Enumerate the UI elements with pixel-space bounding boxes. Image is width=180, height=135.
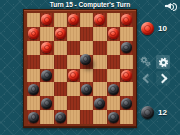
square-3-0[interactable] [27, 55, 40, 69]
settings-button[interactable] [156, 55, 170, 69]
square-7-2[interactable] [54, 110, 67, 124]
square-4-1[interactable] [40, 69, 53, 83]
square-1-0[interactable] [27, 27, 40, 41]
red-count-label: 10 [158, 24, 167, 33]
square-0-6[interactable] [107, 13, 120, 27]
small-gears-icon [140, 56, 152, 68]
square-6-3[interactable] [67, 96, 80, 110]
red-piece[interactable] [108, 28, 119, 39]
control-panel [139, 55, 170, 85]
red-count-piece-icon [141, 22, 154, 35]
black-piece[interactable] [80, 54, 91, 65]
square-2-3[interactable] [67, 41, 80, 55]
square-1-5[interactable] [93, 27, 106, 41]
square-3-6[interactable] [107, 55, 120, 69]
black-piece[interactable] [94, 98, 105, 109]
square-7-5[interactable] [93, 110, 106, 124]
square-6-6[interactable] [107, 96, 120, 110]
speaker-icon[interactable] [165, 2, 177, 10]
square-3-5[interactable] [93, 55, 106, 69]
previous-button[interactable] [139, 71, 153, 85]
square-7-4[interactable] [80, 110, 93, 124]
square-5-5[interactable] [93, 82, 106, 96]
square-2-2[interactable] [54, 41, 67, 55]
square-2-7[interactable] [120, 41, 133, 55]
black-piece[interactable] [121, 98, 132, 109]
square-7-1[interactable] [40, 110, 53, 124]
black-piece[interactable] [108, 112, 119, 123]
black-piece[interactable] [121, 42, 132, 53]
square-5-1[interactable] [40, 82, 53, 96]
black-piece[interactable] [28, 84, 39, 95]
square-5-6[interactable] [107, 82, 120, 96]
chevron-left-icon [142, 73, 152, 83]
black-piece[interactable] [108, 84, 119, 95]
square-0-3[interactable] [67, 13, 80, 27]
square-6-5[interactable] [93, 96, 106, 110]
square-7-0[interactable] [27, 110, 40, 124]
black-piece[interactable] [41, 70, 52, 81]
red-piece[interactable] [94, 14, 105, 25]
square-3-3[interactable] [67, 55, 80, 69]
square-4-3[interactable] [67, 69, 80, 83]
square-7-3[interactable] [67, 110, 80, 124]
speaker-wave [173, 3, 177, 11]
square-2-4[interactable] [80, 41, 93, 55]
options-button[interactable] [139, 55, 153, 69]
square-6-2[interactable] [54, 96, 67, 110]
gear-icon [158, 57, 169, 68]
square-4-7[interactable] [120, 69, 133, 83]
black-count-piece-icon [141, 106, 154, 119]
square-5-3[interactable] [67, 82, 80, 96]
red-piece[interactable] [41, 14, 52, 25]
square-3-4[interactable] [80, 55, 93, 69]
black-piece[interactable] [81, 84, 92, 95]
board-frame [23, 9, 137, 128]
square-0-4[interactable] [80, 13, 93, 27]
square-3-1[interactable] [40, 55, 53, 69]
black-piece[interactable] [41, 98, 52, 109]
square-1-7[interactable] [120, 27, 133, 41]
red-piece[interactable] [28, 28, 39, 39]
square-6-0[interactable] [27, 96, 40, 110]
square-0-5[interactable] [93, 13, 106, 27]
square-2-5[interactable] [93, 41, 106, 55]
black-piece[interactable] [55, 112, 66, 123]
square-0-2[interactable] [54, 13, 67, 27]
square-2-0[interactable] [27, 41, 40, 55]
black-count-label: 12 [158, 108, 167, 117]
square-6-1[interactable] [40, 96, 53, 110]
square-3-2[interactable] [54, 55, 67, 69]
square-7-7[interactable] [120, 110, 133, 124]
square-2-1[interactable] [40, 41, 53, 55]
square-3-7[interactable] [120, 55, 133, 69]
square-4-0[interactable] [27, 69, 40, 83]
turn-status-text: Turn 15 - Computer's Turn [0, 1, 180, 8]
square-1-4[interactable] [80, 27, 93, 41]
square-5-4[interactable] [80, 82, 93, 96]
game-screen: Turn 15 - Computer's Turn 10 12 [0, 0, 180, 135]
square-4-4[interactable] [80, 69, 93, 83]
square-6-4[interactable] [80, 96, 93, 110]
square-1-3[interactable] [67, 27, 80, 41]
square-1-1[interactable] [40, 27, 53, 41]
square-5-2[interactable] [54, 82, 67, 96]
square-1-2[interactable] [54, 27, 67, 41]
square-4-5[interactable] [93, 69, 106, 83]
square-0-7[interactable] [120, 13, 133, 27]
square-5-7[interactable] [120, 82, 133, 96]
square-6-7[interactable] [120, 96, 133, 110]
next-button[interactable] [156, 71, 170, 85]
square-0-1[interactable] [40, 13, 53, 27]
red-piece[interactable] [68, 14, 79, 25]
square-2-6[interactable] [107, 41, 120, 55]
square-4-2[interactable] [54, 69, 67, 83]
red-piece[interactable] [68, 70, 79, 81]
square-1-6[interactable] [107, 27, 120, 41]
red-piece[interactable] [41, 42, 52, 53]
board [27, 13, 133, 124]
black-piece[interactable] [28, 112, 39, 123]
red-piece[interactable] [121, 70, 132, 81]
square-0-0[interactable] [27, 13, 40, 27]
square-4-6[interactable] [107, 69, 120, 83]
chevron-right-icon [157, 73, 167, 83]
square-5-0[interactable] [27, 82, 40, 96]
red-piece[interactable] [121, 14, 132, 25]
red-piece[interactable] [55, 28, 66, 39]
square-7-6[interactable] [107, 110, 120, 124]
